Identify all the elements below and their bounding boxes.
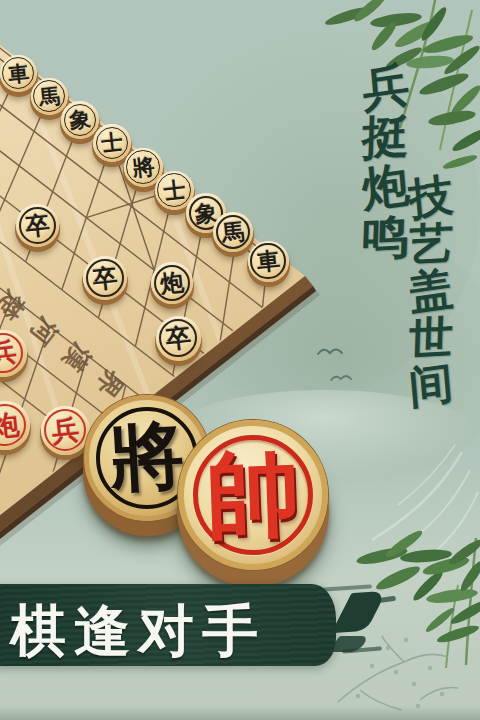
piece-ring [19,207,56,244]
black-piece-象: 象 [186,193,226,233]
piece-ring [216,215,250,249]
banner-brush-tail-2 [328,636,369,652]
piece-character: 兵 [0,327,29,379]
black-piece-卒: 卒 [16,204,59,247]
black-piece-車: 車 [0,55,37,92]
piece-character: 象 [184,191,228,235]
piece-ring [96,127,129,160]
calligraphy-column-1: 兵挺炮鸣 [362,62,409,262]
piece-ring [126,150,160,184]
banner-brush-streak-2 [342,646,382,653]
shuai-character: 帥 [182,424,325,567]
river-text-char: 河 [24,312,64,352]
piece-ring [189,196,223,230]
banner-texture [0,584,336,666]
black-piece-卒: 卒 [156,316,201,361]
title-text: 棋逢对手 [10,594,266,670]
piece-ring [159,319,198,358]
piece-character: 將 [122,146,165,189]
black-piece-馬: 馬 [31,78,68,115]
piece-ring [64,104,97,137]
piece-character: 馬 [211,210,255,254]
bottom-fade [0,706,480,720]
banner-brush-tail [331,591,387,633]
calligraphy-char: 鸣 [361,211,410,264]
piece-ring [157,173,191,207]
black-piece-將: 將 [124,148,163,187]
red-piece-兵: 兵 [41,406,90,455]
black-piece-士: 士 [93,124,131,162]
piece-character: 卒 [81,254,129,302]
piece-character: 車 [0,53,38,94]
red-piece-兵: 兵 [0,330,27,377]
piece-ring [44,409,86,451]
piece-ring [86,259,124,297]
calligraphy-char: 世 [408,313,454,362]
calligraphy-char: 技 [407,170,455,223]
piece-ring [250,243,285,278]
black-piece-士: 士 [155,171,194,210]
piece-ring [0,333,23,373]
piece-character: 象 [59,99,101,141]
black-piece-馬: 馬 [213,212,253,252]
red-piece-炮: 炮 [0,401,30,450]
calligraphy-column-2: 技艺盖世间 [409,173,453,408]
banner-brush-streak-3 [322,584,372,591]
calligraphy-char: 艺 [408,219,454,268]
river-text-char: 界 [90,364,130,403]
calligraphy-char: 间 [407,358,455,411]
piece-character: 卒 [153,313,202,362]
splash-screen: 楚河漢界 兵挺炮鸣 技艺盖世间 車馬象士將士象馬車炮卒卒卒兵炮兵 將 帥 棋逢对… [0,0,480,720]
piece-ring [0,404,26,446]
banner-brush-streak-1 [348,596,396,608]
black-piece-象: 象 [61,101,99,139]
river-text-char: 漢 [57,338,97,378]
piece-ring [2,57,34,89]
calligraphy-char: 炮 [360,159,411,215]
black-piece-卒: 卒 [83,256,127,300]
piece-character: 士 [91,122,133,164]
piece-character: 車 [245,238,290,283]
black-piece-炮: 炮 [151,262,193,304]
calligraphy-char: 盖 [407,264,455,317]
piece-character: 炮 [149,260,195,306]
piece-character: 士 [153,169,196,212]
piece-ring [154,265,190,301]
river-text-char: 楚 [0,286,32,327]
piece-character: 卒 [13,201,60,248]
piece-character: 炮 [0,398,32,452]
featured-piece-shuai: 帥 [178,420,328,570]
piece-ring [33,80,65,112]
piece-character: 馬 [29,76,70,117]
black-piece-車: 車 [248,241,289,282]
title-banner: 棋逢对手 [0,584,336,666]
calligraphy-char: 兵 [360,59,411,115]
